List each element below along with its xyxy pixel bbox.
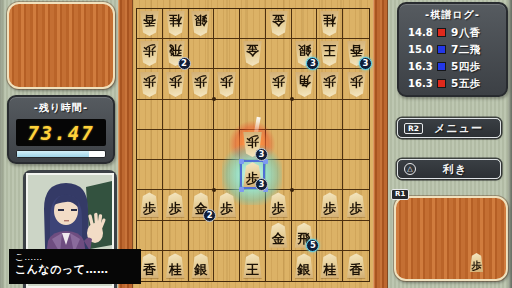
- influence-count-badge: 2: [178, 57, 191, 70]
- influence-count-badge: 3: [359, 57, 372, 70]
- shogi-piece-桂-bottom[interactable]: 桂: [319, 253, 340, 278]
- board-cell[interactable]: [189, 130, 215, 160]
- shogi-piece-桂-bottom[interactable]: 桂: [165, 253, 186, 278]
- shogi-piece-香-bottom[interactable]: 香: [139, 253, 160, 278]
- board-cell[interactable]: [189, 160, 215, 190]
- kifu-log-row: 16.35五歩: [399, 75, 506, 92]
- board-cell[interactable]: 歩: [137, 190, 163, 220]
- board-cell[interactable]: [189, 221, 215, 251]
- influence-count-badge: 2: [203, 209, 216, 222]
- board-cell[interactable]: [292, 100, 318, 130]
- board-cell[interactable]: 歩: [137, 69, 163, 99]
- captured-piece-歩[interactable]: 歩: [469, 253, 484, 272]
- influence-count-badge: 3: [255, 148, 268, 161]
- board-cell[interactable]: 銀: [189, 251, 215, 281]
- board-cell[interactable]: [214, 39, 240, 69]
- board-cell[interactable]: [292, 160, 318, 190]
- board-frame-left: [118, 0, 133, 288]
- kifu-log-header: -棋譜ログ-: [399, 4, 506, 22]
- board-cell[interactable]: 飛2: [163, 39, 189, 69]
- board-cell[interactable]: 金2: [189, 190, 215, 220]
- shogi-piece-歩-top[interactable]: 歩: [216, 72, 237, 97]
- kifu-log-row: 15.07二飛: [399, 41, 506, 58]
- board-cell[interactable]: [189, 39, 215, 69]
- timer-panel: -残り時間- 73.47: [7, 95, 115, 164]
- shogi-piece-角-top[interactable]: 角: [294, 72, 315, 97]
- move-notation: 5四歩: [451, 60, 497, 74]
- speech-line1: こ……: [15, 252, 135, 263]
- board-cell[interactable]: 歩: [214, 69, 240, 99]
- board-cell[interactable]: [266, 251, 292, 281]
- shogi-piece-銀-bottom[interactable]: 銀: [294, 253, 315, 278]
- shogi-piece-王-top[interactable]: 王: [319, 41, 340, 66]
- board-cell[interactable]: 王: [317, 39, 343, 69]
- board-cell[interactable]: [137, 130, 163, 160]
- star-point: [290, 188, 294, 192]
- player-color-marker: [437, 28, 446, 37]
- board-cell[interactable]: 角: [292, 69, 318, 99]
- enemy-captured-tray: [7, 2, 115, 89]
- r2-shoulder-chip: R2: [404, 123, 423, 134]
- star-point: [212, 188, 216, 192]
- board-cell[interactable]: [317, 130, 343, 160]
- board-cell[interactable]: 歩: [163, 69, 189, 99]
- board-cell[interactable]: [137, 221, 163, 251]
- board-cell[interactable]: 金: [266, 9, 292, 39]
- shogi-piece-歩-top[interactable]: 歩: [165, 72, 186, 97]
- board-cell[interactable]: 歩: [317, 190, 343, 220]
- board-cell[interactable]: [240, 221, 266, 251]
- shogi-piece-金-bottom[interactable]: 金: [268, 223, 289, 248]
- move-notation: 9八香: [451, 26, 497, 40]
- star-point: [212, 97, 216, 101]
- shogi-piece-桂-top[interactable]: 桂: [319, 11, 340, 36]
- board-cell[interactable]: 歩: [343, 69, 369, 99]
- player-color-marker: [437, 62, 446, 71]
- shogi-piece-歩-bottom[interactable]: 歩: [139, 192, 160, 217]
- kiki-button-label: 利き: [416, 162, 494, 177]
- shogi-piece-王-bottom[interactable]: 王: [242, 253, 263, 278]
- board-cell[interactable]: [214, 221, 240, 251]
- board-cell[interactable]: 金: [266, 221, 292, 251]
- player-captured-tray[interactable]: 歩: [394, 196, 508, 281]
- timer-header: -残り時間-: [9, 97, 113, 115]
- board-frame-right: [373, 0, 388, 288]
- shogi-piece-歩-top[interactable]: 歩: [346, 72, 367, 97]
- shogi-piece-歩-bottom[interactable]: 歩: [319, 192, 340, 217]
- kifu-log-panel: -棋譜ログ- 14.89八香15.07二飛16.35四歩16.35五歩: [397, 2, 508, 97]
- timer-value: 73.47: [27, 122, 94, 144]
- board-cell[interactable]: [343, 130, 369, 160]
- board-cell[interactable]: [240, 9, 266, 39]
- speech-line2: こんなのって……: [15, 263, 135, 277]
- kifu-log-row: 14.89八香: [399, 24, 506, 41]
- shogi-piece-歩-top[interactable]: 歩: [190, 72, 211, 97]
- triangle-button-icon: △: [404, 163, 416, 175]
- shogi-piece-金-top[interactable]: 金: [242, 41, 263, 66]
- board-cell[interactable]: 王: [240, 251, 266, 281]
- board-cell[interactable]: [137, 160, 163, 190]
- shogi-piece-歩-top[interactable]: 歩: [319, 72, 340, 97]
- star-point: [290, 97, 294, 101]
- board-cell[interactable]: [214, 251, 240, 281]
- shogi-piece-銀-top[interactable]: 銀: [190, 11, 211, 36]
- move-timestamp: 16.3: [408, 61, 432, 72]
- board-cell[interactable]: [163, 160, 189, 190]
- board-cell[interactable]: [343, 160, 369, 190]
- move-timestamp: 16.3: [408, 78, 432, 89]
- board-cell[interactable]: [343, 100, 369, 130]
- move-notation: 5五歩: [451, 77, 497, 91]
- menu-button[interactable]: R2 メニュー: [397, 118, 501, 138]
- move-timestamp: 15.0: [408, 44, 432, 55]
- board-cell[interactable]: 桂: [317, 9, 343, 39]
- board-cell[interactable]: 歩: [317, 69, 343, 99]
- left-edge-shade: [0, 0, 5, 288]
- board-grid[interactable]: 香桂銀金桂歩飛2金銀3王香3歩歩歩歩歩角歩歩歩3歩3歩歩金2歩歩歩歩金飛5香桂銀…: [136, 8, 370, 282]
- shogi-piece-香-top[interactable]: 香: [139, 11, 160, 36]
- shogi-piece-香-bottom[interactable]: 香: [346, 253, 367, 278]
- shogi-board[interactable]: 香桂銀金桂歩飛2金銀3王香3歩歩歩歩歩角歩歩歩3歩3歩歩金2歩歩歩歩金飛5香桂銀…: [133, 0, 373, 288]
- board-cell[interactable]: 桂: [317, 251, 343, 281]
- shogi-piece-歩-top[interactable]: 歩: [139, 41, 160, 66]
- board-cell[interactable]: [189, 100, 215, 130]
- board-cell[interactable]: [214, 9, 240, 39]
- board-cell[interactable]: 銀3: [292, 39, 318, 69]
- board-cell[interactable]: 金: [240, 39, 266, 69]
- move-timestamp: 14.8: [408, 27, 432, 38]
- board-cell[interactable]: [163, 100, 189, 130]
- right-edge-shade: [507, 0, 512, 288]
- board-cell[interactable]: [317, 221, 343, 251]
- board-cell[interactable]: [266, 39, 292, 69]
- board-cell[interactable]: 歩: [266, 69, 292, 99]
- board-cell[interactable]: 銀: [189, 9, 215, 39]
- player-color-marker: [437, 45, 446, 54]
- board-cell[interactable]: [343, 9, 369, 39]
- board-cell[interactable]: [292, 9, 318, 39]
- board-cell[interactable]: 桂: [163, 251, 189, 281]
- player-color-marker: [437, 79, 446, 88]
- board-cell[interactable]: 歩: [137, 39, 163, 69]
- time-progress-fill: [17, 151, 89, 157]
- board-cell[interactable]: 歩: [189, 69, 215, 99]
- board-cell[interactable]: 歩3: [240, 160, 266, 190]
- move-notation: 7二飛: [451, 43, 497, 57]
- shogi-piece-銀-bottom[interactable]: 銀: [190, 253, 211, 278]
- board-cell[interactable]: [163, 130, 189, 160]
- board-cell[interactable]: [317, 100, 343, 130]
- shogi-piece-歩-bottom[interactable]: 歩: [165, 192, 186, 217]
- time-progress-bar: [16, 150, 106, 158]
- kiki-button[interactable]: △ 利き: [397, 159, 501, 179]
- board-cell[interactable]: 桂: [163, 9, 189, 39]
- board-cell[interactable]: [137, 100, 163, 130]
- player-tray-label: R1: [391, 189, 409, 200]
- board-cell[interactable]: 銀: [292, 251, 318, 281]
- shogi-piece-歩-top[interactable]: 歩: [268, 72, 289, 97]
- timer-lcd: 73.47: [16, 119, 106, 146]
- board-cell[interactable]: 歩: [343, 190, 369, 220]
- shogi-piece-歩-bottom[interactable]: 歩: [346, 192, 367, 217]
- kifu-log-row: 16.35四歩: [399, 58, 506, 75]
- game-screen: 香桂銀金桂歩飛2金銀3王香3歩歩歩歩歩角歩歩歩3歩3歩歩金2歩歩歩歩金飛5香桂銀…: [0, 0, 512, 288]
- board-cell[interactable]: [163, 221, 189, 251]
- speech-bubble: こ…… こんなのって……: [9, 249, 141, 284]
- shogi-piece-金-top[interactable]: 金: [268, 11, 289, 36]
- board-cell[interactable]: [292, 130, 318, 160]
- kifu-log-rows: 14.89八香15.07二飛16.35四歩16.35五歩: [399, 24, 506, 92]
- board-cell[interactable]: [240, 69, 266, 99]
- board-cell[interactable]: [317, 160, 343, 190]
- board-cell[interactable]: 歩: [163, 190, 189, 220]
- board-cell[interactable]: 飛5: [292, 221, 318, 251]
- board-cell[interactable]: 香3: [343, 39, 369, 69]
- board-cell[interactable]: 香: [137, 9, 163, 39]
- board-cell[interactable]: [292, 190, 318, 220]
- shogi-piece-歩-top[interactable]: 歩: [139, 72, 160, 97]
- shogi-piece-桂-top[interactable]: 桂: [165, 11, 186, 36]
- board-cell[interactable]: [343, 221, 369, 251]
- menu-button-label: メニュー: [423, 121, 494, 136]
- board-cell[interactable]: 香: [343, 251, 369, 281]
